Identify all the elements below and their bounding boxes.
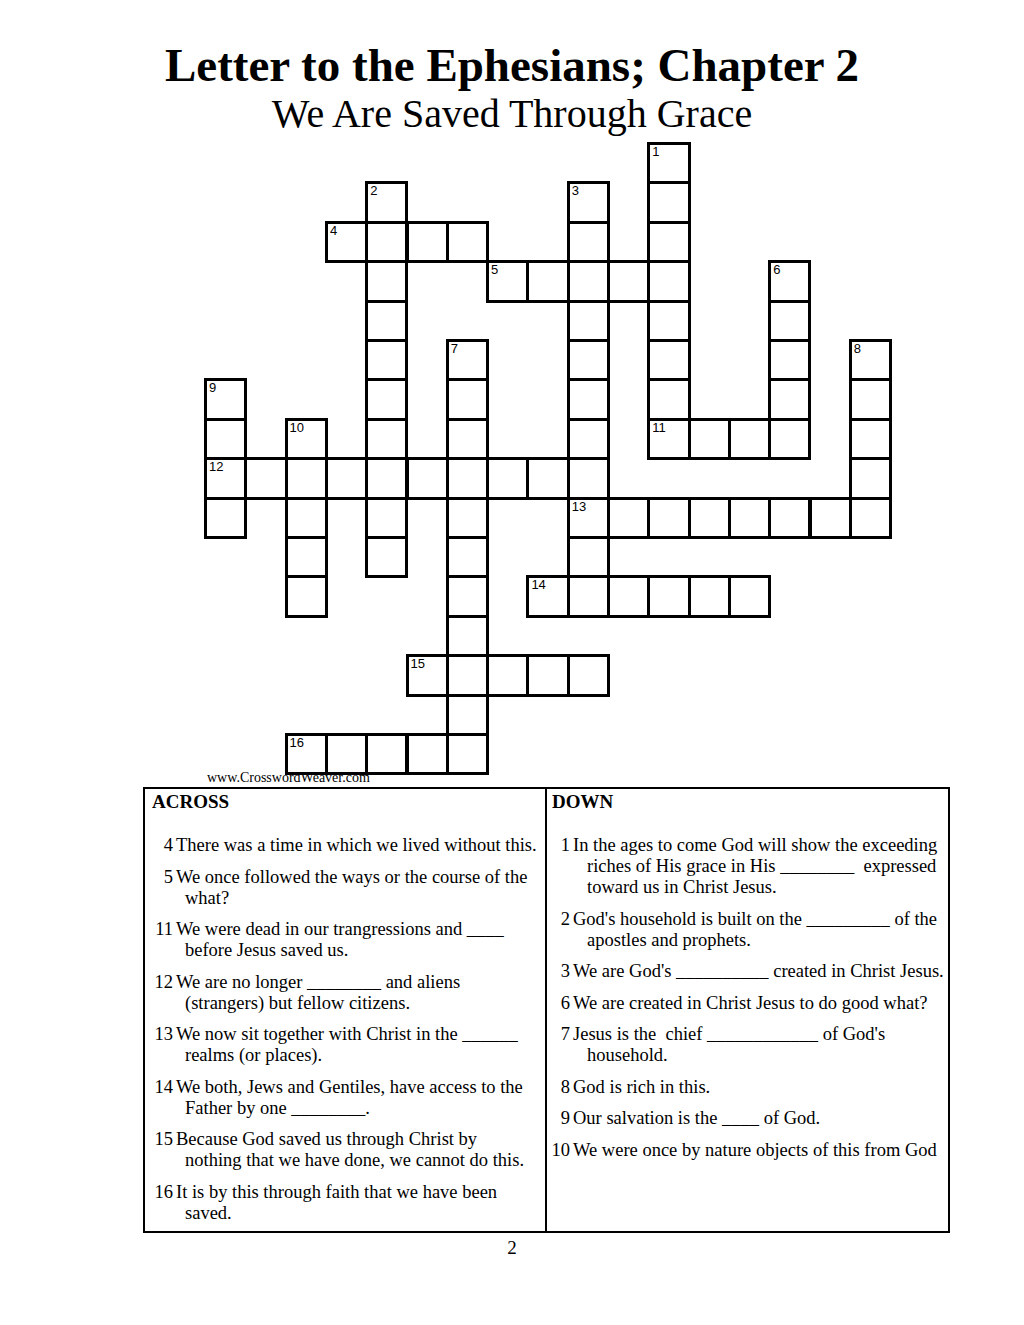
cell-number: 15 [411,657,425,671]
cell-number: 13 [572,500,586,514]
clue-number: 4 [152,835,173,856]
grid-cell[interactable]: 13 [567,497,610,539]
grid-cell[interactable] [567,418,610,460]
clue-number: 15 [152,1129,173,1150]
cell-number: 9 [209,381,216,395]
clue-number: 3 [550,961,570,982]
grid-cell[interactable] [365,339,408,381]
grid-cell[interactable] [647,221,690,263]
clue-text: We were dead in our trangressions and __… [176,919,544,961]
clue-item: 11We were dead in our trangressions and … [152,919,544,961]
grid-cell[interactable] [285,497,328,539]
grid-cell[interactable] [244,457,287,499]
clue-number: 10 [550,1140,570,1161]
across-header: ACROSS [152,791,229,813]
clue-item: 1In the ages to come God will show the e… [550,835,948,898]
clue-text: We both, Jews and Gentiles, have access … [176,1077,544,1119]
cell-number: 10 [290,421,304,435]
cell-number: 3 [572,184,579,198]
grid-cell[interactable] [728,418,771,460]
grid-cell[interactable]: 6 [768,260,811,302]
clue-number: 9 [550,1108,570,1129]
cell-number: 4 [330,224,337,238]
grid-cell[interactable]: 4 [325,221,368,263]
grid-cell[interactable] [446,654,489,696]
grid-cell[interactable] [567,654,610,696]
grid-cell[interactable] [365,260,408,302]
grid-cell[interactable] [486,654,529,696]
clue-text: We now sit together with Christ in the _… [176,1024,544,1066]
grid-cell[interactable]: 1 [647,142,690,184]
grid-cell[interactable] [567,536,610,578]
grid-cell[interactable] [567,457,610,499]
cell-number: 1 [652,145,659,159]
clue-number: 8 [550,1077,570,1098]
grid-cell[interactable]: 9 [204,378,247,420]
grid-cell[interactable] [647,300,690,342]
clue-text: We are no longer ________ and aliens (st… [176,972,544,1014]
grid-cell[interactable] [728,575,771,617]
grid-cell[interactable] [849,497,892,539]
grid-cell[interactable] [567,339,610,381]
grid-cell[interactable]: 5 [486,260,529,302]
grid-cell[interactable] [809,497,852,539]
grid-cell[interactable]: 15 [406,654,449,696]
grid-cell[interactable]: 7 [446,339,489,381]
grid-cell[interactable]: 3 [567,181,610,223]
grid-cell[interactable] [688,497,731,539]
clue-number: 1 [550,835,570,856]
down-clue-list: 1In the ages to come God will show the e… [550,835,948,1161]
grid-cell[interactable] [647,575,690,617]
grid-cell[interactable] [647,181,690,223]
clue-number: 14 [152,1077,173,1098]
clue-item: 16It is by this through faith that we ha… [152,1182,544,1224]
clue-text: We are created in Christ Jesus to do goo… [573,993,948,1014]
grid-cell[interactable] [446,497,489,539]
grid-cell[interactable] [567,260,610,302]
grid-cell[interactable] [406,457,449,499]
grid-cell[interactable] [728,497,771,539]
grid-cell[interactable] [446,575,489,617]
clue-number: 12 [152,972,173,993]
grid-cell[interactable]: 14 [526,575,569,617]
clue-item: 9Our salvation is the ____ of God. [550,1108,948,1129]
grid-cell[interactable] [849,418,892,460]
cell-number: 16 [290,736,304,750]
grid-cell[interactable] [647,378,690,420]
grid-cell[interactable] [647,260,690,302]
clue-text: It is by this through faith that we have… [176,1182,544,1224]
page-number: 2 [0,1236,1024,1260]
grid-cell[interactable] [567,575,610,617]
crossword-grid: 12345678910111213141516 [204,142,893,776]
grid-cell[interactable] [285,575,328,617]
clue-item: 6We are created in Christ Jesus to do go… [550,993,948,1014]
clue-text: God is rich in this. [573,1077,948,1098]
clue-number: 5 [152,867,173,888]
grid-cell[interactable]: 11 [647,418,690,460]
grid-cell[interactable]: 12 [204,457,247,499]
cell-number: 12 [209,460,223,474]
clue-item: 13We now sit together with Christ in the… [152,1024,544,1066]
grid-cell[interactable] [607,497,650,539]
grid-cell[interactable] [406,733,449,775]
clue-item: 3We are God's __________ created in Chri… [550,961,948,982]
grid-cell[interactable] [285,536,328,578]
cell-number: 14 [531,578,545,592]
grid-cell[interactable] [204,497,247,539]
website-credit: www.CrosswordWeaver.com [207,770,370,786]
grid-cell[interactable] [849,378,892,420]
grid-cell[interactable] [526,654,569,696]
grid-cell[interactable] [365,733,408,775]
cell-number: 8 [854,342,861,356]
grid-cell[interactable] [607,575,650,617]
grid-cell[interactable] [567,300,610,342]
clue-item: 7Jesus is the chief ____________ of God'… [550,1024,948,1066]
clue-number: 13 [152,1024,173,1045]
clue-number: 7 [550,1024,570,1045]
clue-text: We were once by nature objects of this f… [573,1140,948,1161]
grid-cell[interactable] [768,418,811,460]
page-title: Letter to the Ephesians; Chapter 2 [0,40,1024,90]
cell-number: 7 [451,342,458,356]
clue-text: Jesus is the chief ____________ of God's… [573,1024,948,1066]
across-clue-list: 4There was a time in which we lived with… [152,835,544,1224]
grid-cell[interactable] [446,536,489,578]
grid-cell[interactable] [688,575,731,617]
clue-text: Because God saved us through Christ by n… [176,1129,544,1171]
clue-item: 10We were once by nature objects of this… [550,1140,948,1161]
grid-cell[interactable] [446,418,489,460]
grid-cell[interactable] [768,378,811,420]
grid-cell[interactable] [768,300,811,342]
clue-number: 2 [550,909,570,930]
grid-cell[interactable]: 10 [285,418,328,460]
clue-number: 16 [152,1182,173,1203]
grid-cell[interactable] [567,378,610,420]
grid-cell[interactable] [607,260,650,302]
grid-cell[interactable]: 8 [849,339,892,381]
grid-cell[interactable] [365,457,408,499]
grid-cell[interactable] [567,221,610,263]
clue-text: We once followed the ways or the course … [176,867,544,909]
grid-cell[interactable] [406,221,449,263]
grid-cell[interactable] [365,497,408,539]
cell-number: 2 [370,184,377,198]
grid-cell[interactable] [849,457,892,499]
clue-item: 12We are no longer ________ and aliens (… [152,972,544,1014]
grid-cell[interactable] [365,221,408,263]
down-header: DOWN [552,791,613,813]
grid-cell[interactable] [365,300,408,342]
grid-cell[interactable] [446,733,489,775]
grid-cell[interactable] [285,457,328,499]
grid-cell[interactable] [365,378,408,420]
crossword-page: Letter to the Ephesians; Chapter 2 We Ar… [0,0,1024,1325]
grid-cell[interactable] [486,457,529,499]
grid-cell[interactable]: 2 [365,181,408,223]
clue-box-divider [545,789,547,1231]
grid-cell[interactable] [446,694,489,736]
cell-number: 6 [773,263,780,277]
grid-cell[interactable] [365,536,408,578]
grid-cell[interactable] [688,418,731,460]
grid-cell[interactable] [446,378,489,420]
grid-cell[interactable] [768,497,811,539]
grid-cell[interactable] [526,260,569,302]
page-subtitle: We Are Saved Through Grace [0,92,1024,136]
clue-number: 11 [152,919,173,940]
clue-item: 14We both, Jews and Gentiles, have acces… [152,1077,544,1119]
grid-cell[interactable] [526,457,569,499]
clue-text: There was a time in which we lived witho… [176,835,544,856]
clue-text: God's household is built on the ________… [573,909,948,951]
clue-text: Our salvation is the ____ of God. [573,1108,948,1129]
clue-number: 6 [550,993,570,1014]
cell-number: 5 [491,263,498,277]
grid-cell[interactable] [647,339,690,381]
clue-box: ACROSS DOWN 4There was a time in which w… [143,787,950,1233]
clue-item: 5We once followed the ways or the course… [152,867,544,909]
clue-item: 4There was a time in which we lived with… [152,835,544,856]
grid-cell[interactable] [446,457,489,499]
grid-cell[interactable] [325,457,368,499]
grid-cell[interactable] [446,615,489,657]
grid-cell[interactable] [647,497,690,539]
clue-text: We are God's __________ created in Chris… [573,961,948,982]
grid-cell[interactable] [204,418,247,460]
clue-item: 2God's household is built on the _______… [550,909,948,951]
grid-cell[interactable] [768,339,811,381]
clue-item: 15Because God saved us through Christ by… [152,1129,544,1171]
cell-number: 11 [652,421,666,435]
clue-text: In the ages to come God will show the ex… [573,835,948,898]
grid-cell[interactable] [446,221,489,263]
clue-item: 8God is rich in this. [550,1077,948,1098]
grid-cell[interactable] [365,418,408,460]
